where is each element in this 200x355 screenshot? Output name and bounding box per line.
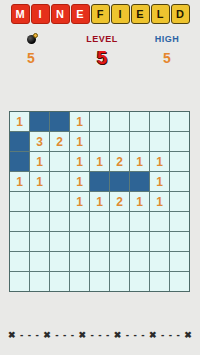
cell-r1c2[interactable]: 2 xyxy=(50,132,69,151)
cell-r8c8[interactable] xyxy=(170,272,189,291)
footer-divider: ✖---✖---✖---✖---✖---✖ xyxy=(8,329,192,341)
minesweeper-board: 11321111211111111211 xyxy=(9,111,190,292)
dash-mark: - xyxy=(71,329,74,341)
dash-mark: - xyxy=(177,329,180,341)
cell-r3c3[interactable]: 1 xyxy=(70,172,89,191)
cell-r7c7[interactable] xyxy=(150,252,169,271)
dash-mark: - xyxy=(141,329,144,341)
cell-r8c1[interactable] xyxy=(30,272,49,291)
cell-r2c8[interactable] xyxy=(170,152,189,171)
cell-r7c3[interactable] xyxy=(70,252,89,271)
cell-r5c4[interactable] xyxy=(90,212,109,231)
cell-r5c0[interactable] xyxy=(10,212,29,231)
title-tile-8-D: D xyxy=(171,4,190,24)
cell-r8c4[interactable] xyxy=(90,272,109,291)
cell-r4c3[interactable]: 1 xyxy=(70,192,89,211)
cell-r1c4[interactable] xyxy=(90,132,109,151)
level-label: LEVEL xyxy=(70,33,134,46)
cell-r0c1[interactable] xyxy=(30,112,49,131)
title-tile-1-I: I xyxy=(31,4,50,24)
dash-mark: - xyxy=(161,329,164,341)
cell-r4c5[interactable]: 2 xyxy=(110,192,129,211)
cell-r2c3[interactable]: 1 xyxy=(70,152,89,171)
dash-mark: - xyxy=(20,329,23,341)
cell-r4c0[interactable] xyxy=(10,192,29,211)
bomb-icon-wrap xyxy=(6,33,56,46)
dash-mark: - xyxy=(55,329,58,341)
cell-r2c1[interactable]: 1 xyxy=(30,152,49,171)
cell-r0c0[interactable]: 1 xyxy=(10,112,29,131)
cell-r8c2[interactable] xyxy=(50,272,69,291)
dash-mark: - xyxy=(63,329,66,341)
bomb-icon xyxy=(27,35,36,44)
cell-r5c6[interactable] xyxy=(130,212,149,231)
x-mark: ✖ xyxy=(43,329,51,341)
cell-r0c5[interactable] xyxy=(110,112,129,131)
cell-r5c1[interactable] xyxy=(30,212,49,231)
cell-r7c0[interactable] xyxy=(10,252,29,271)
cell-r3c2[interactable] xyxy=(50,172,69,191)
cell-r3c1[interactable]: 1 xyxy=(30,172,49,191)
cell-r5c5[interactable] xyxy=(110,212,129,231)
cell-r6c5[interactable] xyxy=(110,232,129,251)
dash-mark: - xyxy=(126,329,129,341)
title-tile-2-N: N xyxy=(51,4,70,24)
title-tile-6-E: E xyxy=(131,4,150,24)
cell-r6c4[interactable] xyxy=(90,232,109,251)
cell-r6c6[interactable] xyxy=(130,232,149,251)
cell-r3c4[interactable] xyxy=(90,172,109,191)
cell-r1c0[interactable] xyxy=(10,132,29,151)
cell-r4c7[interactable]: 1 xyxy=(150,192,169,211)
cell-r0c3[interactable]: 1 xyxy=(70,112,89,131)
cell-r2c5[interactable]: 2 xyxy=(110,152,129,171)
cell-r4c6[interactable]: 1 xyxy=(130,192,149,211)
cell-r3c7[interactable]: 1 xyxy=(150,172,169,191)
high-score-counter: HIGH 5 xyxy=(140,33,194,66)
cell-r0c2[interactable] xyxy=(50,112,69,131)
mine-counter: 5 xyxy=(6,33,56,66)
cell-r4c2[interactable] xyxy=(50,192,69,211)
cell-r5c3[interactable] xyxy=(70,212,89,231)
cell-r1c5[interactable] xyxy=(110,132,129,151)
cell-r1c7[interactable] xyxy=(150,132,169,151)
cell-r2c0[interactable] xyxy=(10,152,29,171)
cell-r2c7[interactable]: 1 xyxy=(150,152,169,171)
cell-r7c8[interactable] xyxy=(170,252,189,271)
cell-r5c8[interactable] xyxy=(170,212,189,231)
cell-r6c3[interactable] xyxy=(70,232,89,251)
cell-r4c8[interactable] xyxy=(170,192,189,211)
x-mark: ✖ xyxy=(149,329,157,341)
cell-r0c6[interactable] xyxy=(130,112,149,131)
title-tile-0-M: M xyxy=(11,4,30,24)
cell-r6c0[interactable] xyxy=(10,232,29,251)
title-tile-4-F: F xyxy=(91,4,110,24)
cell-r8c6[interactable] xyxy=(130,272,149,291)
cell-r8c7[interactable] xyxy=(150,272,169,291)
cell-r6c8[interactable] xyxy=(170,232,189,251)
high-score-label: HIGH xyxy=(140,33,194,46)
cell-r6c2[interactable] xyxy=(50,232,69,251)
cell-r0c7[interactable] xyxy=(150,112,169,131)
cell-r2c2[interactable] xyxy=(50,152,69,171)
x-mark: ✖ xyxy=(79,329,87,341)
cell-r3c0[interactable]: 1 xyxy=(10,172,29,191)
dash-mark: - xyxy=(106,329,109,341)
cell-r2c6[interactable]: 1 xyxy=(130,152,149,171)
cell-r8c5[interactable] xyxy=(110,272,129,291)
cell-r4c4[interactable]: 1 xyxy=(90,192,109,211)
high-score-value: 5 xyxy=(140,50,194,66)
cell-r4c1[interactable] xyxy=(30,192,49,211)
level-value: 5 xyxy=(70,48,134,69)
cell-r1c1[interactable]: 3 xyxy=(30,132,49,151)
dash-mark: - xyxy=(134,329,137,341)
cell-r0c8[interactable] xyxy=(170,112,189,131)
dash-mark: - xyxy=(36,329,39,341)
cell-r7c1[interactable] xyxy=(30,252,49,271)
cell-r5c7[interactable] xyxy=(150,212,169,231)
cell-r8c0[interactable] xyxy=(10,272,29,291)
dash-mark: - xyxy=(91,329,94,341)
cell-r1c6[interactable] xyxy=(130,132,149,151)
cell-r1c3[interactable]: 1 xyxy=(70,132,89,151)
dash-mark: - xyxy=(169,329,172,341)
game-title: MINEFIELD xyxy=(0,4,200,24)
cell-r7c5[interactable] xyxy=(110,252,129,271)
title-tile-5-I: I xyxy=(111,4,130,24)
cell-r3c5[interactable] xyxy=(110,172,129,191)
cell-r3c6[interactable] xyxy=(130,172,149,191)
cell-r7c6[interactable] xyxy=(130,252,149,271)
dash-mark: - xyxy=(28,329,31,341)
cell-r3c8[interactable] xyxy=(170,172,189,191)
bomb-spark-icon xyxy=(33,33,38,38)
cell-r0c4[interactable] xyxy=(90,112,109,131)
x-mark: ✖ xyxy=(114,329,122,341)
cell-r7c2[interactable] xyxy=(50,252,69,271)
x-mark: ✖ xyxy=(184,329,192,341)
cell-r6c7[interactable] xyxy=(150,232,169,251)
dash-mark: - xyxy=(98,329,101,341)
mines-remaining-count: 5 xyxy=(6,50,56,66)
cell-r1c8[interactable] xyxy=(170,132,189,151)
cell-r2c4[interactable]: 1 xyxy=(90,152,109,171)
level-counter: LEVEL 5 xyxy=(70,33,134,69)
cell-r7c4[interactable] xyxy=(90,252,109,271)
cell-r8c3[interactable] xyxy=(70,272,89,291)
title-tile-3-E: E xyxy=(71,4,90,24)
cell-r5c2[interactable] xyxy=(50,212,69,231)
title-tile-7-L: L xyxy=(151,4,170,24)
x-mark: ✖ xyxy=(8,329,16,341)
cell-r6c1[interactable] xyxy=(30,232,49,251)
